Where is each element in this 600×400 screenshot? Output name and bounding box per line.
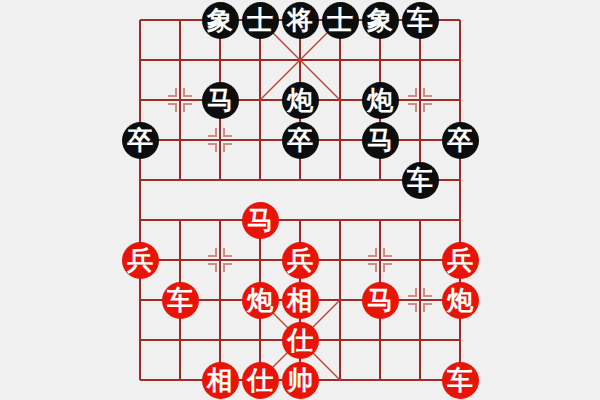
black-cannon-piece[interactable]: 炮 (360, 80, 400, 120)
black-cannon-glyph: 炮 (282, 82, 319, 119)
red-soldier-piece[interactable]: 兵 (440, 240, 480, 280)
red-general-glyph: 帅 (282, 362, 319, 399)
black-general-glyph: 将 (282, 2, 319, 39)
red-cannon-piece[interactable]: 炮 (240, 280, 280, 320)
red-horse-piece[interactable]: 马 (360, 280, 400, 320)
red-general-piece[interactable]: 帅 (280, 360, 320, 400)
black-advisor-piece[interactable]: 士 (320, 0, 360, 40)
black-advisor-glyph: 士 (242, 2, 279, 39)
red-soldier-glyph: 兵 (282, 242, 319, 279)
red-horse-glyph: 马 (242, 202, 279, 239)
red-chariot-piece[interactable]: 车 (440, 360, 480, 400)
red-elephant-piece[interactable]: 相 (280, 280, 320, 320)
red-cannon-piece[interactable]: 炮 (440, 280, 480, 320)
black-general-piece[interactable]: 将 (280, 0, 320, 40)
black-soldier-glyph: 卒 (122, 122, 159, 159)
red-elephant-glyph: 相 (282, 282, 319, 319)
black-horse-glyph: 马 (362, 122, 399, 159)
red-soldier-piece[interactable]: 兵 (120, 240, 160, 280)
black-soldier-glyph: 卒 (442, 122, 479, 159)
red-elephant-glyph: 相 (202, 362, 239, 399)
black-soldier-piece[interactable]: 卒 (440, 120, 480, 160)
red-advisor-glyph: 仕 (242, 362, 279, 399)
xiangqi-board: 象士将士象车马炮炮卒卒马卒车马兵兵兵车炮相马炮仕相仕帅车 (0, 0, 600, 400)
red-soldier-glyph: 兵 (442, 242, 479, 279)
black-soldier-glyph: 卒 (282, 122, 319, 159)
red-advisor-piece[interactable]: 仕 (240, 360, 280, 400)
red-elephant-piece[interactable]: 相 (200, 360, 240, 400)
board-grid[interactable]: 象士将士象车马炮炮卒卒马卒车马兵兵兵车炮相马炮仕相仕帅车 (120, 0, 480, 400)
black-elephant-glyph: 象 (202, 2, 239, 39)
black-cannon-glyph: 炮 (362, 82, 399, 119)
black-elephant-piece[interactable]: 象 (360, 0, 400, 40)
black-horse-piece[interactable]: 马 (360, 120, 400, 160)
black-advisor-glyph: 士 (322, 2, 359, 39)
black-cannon-piece[interactable]: 炮 (280, 80, 320, 120)
red-cannon-glyph: 炮 (242, 282, 279, 319)
red-cannon-glyph: 炮 (442, 282, 479, 319)
red-chariot-glyph: 车 (442, 362, 479, 399)
black-chariot-glyph: 车 (402, 162, 439, 199)
black-chariot-glyph: 车 (402, 2, 439, 39)
red-horse-piece[interactable]: 马 (240, 200, 280, 240)
red-chariot-piece[interactable]: 车 (160, 280, 200, 320)
red-soldier-glyph: 兵 (122, 242, 159, 279)
black-soldier-piece[interactable]: 卒 (120, 120, 160, 160)
red-horse-glyph: 马 (362, 282, 399, 319)
black-chariot-piece[interactable]: 车 (400, 160, 440, 200)
black-soldier-piece[interactable]: 卒 (280, 120, 320, 160)
black-horse-piece[interactable]: 马 (200, 80, 240, 120)
red-advisor-glyph: 仕 (282, 322, 319, 359)
black-chariot-piece[interactable]: 车 (400, 0, 440, 40)
red-soldier-piece[interactable]: 兵 (280, 240, 320, 280)
black-advisor-piece[interactable]: 士 (240, 0, 280, 40)
red-chariot-glyph: 车 (162, 282, 199, 319)
red-advisor-piece[interactable]: 仕 (280, 320, 320, 360)
black-elephant-glyph: 象 (362, 2, 399, 39)
black-horse-glyph: 马 (202, 82, 239, 119)
black-elephant-piece[interactable]: 象 (200, 0, 240, 40)
